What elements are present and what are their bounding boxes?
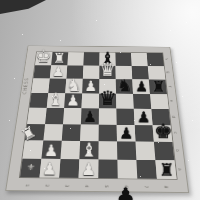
piece-white-bishop-e2: ♝ xyxy=(48,91,64,108)
square-c5 xyxy=(99,124,117,141)
coord-label: 5 xyxy=(104,185,110,188)
coord-label: e xyxy=(169,99,174,104)
square-h7 xyxy=(131,53,148,66)
captured-black-pawn: ♟ xyxy=(115,186,136,200)
dust-speck xyxy=(22,34,23,35)
dust-speck xyxy=(70,128,71,129)
coordinate-labels-bottom: 12345678 xyxy=(17,182,177,191)
square-a1: ⚜ xyxy=(20,158,41,177)
coord-label: 3 xyxy=(64,185,70,188)
square-d7: ♟ xyxy=(134,109,153,125)
square-a4: ♟ xyxy=(79,159,99,178)
board-grid: ♚♜♝♟♛♞♟♞♟♜♝♟♛♟♟♜♟♚♟♝⚜♟♟♜ xyxy=(19,51,178,179)
square-a2: ♟ xyxy=(40,158,61,177)
square-e6 xyxy=(116,93,134,108)
square-g5: ♛ xyxy=(99,65,116,79)
dust-speck xyxy=(158,142,159,143)
square-e2: ♝ xyxy=(47,93,65,108)
piece-white-pawn-a2: ♟ xyxy=(42,161,57,178)
piece-white-pawn-e3: ♟ xyxy=(66,94,79,109)
piece-black-pawn-d4: ♟ xyxy=(83,109,97,124)
dust-speck xyxy=(88,152,89,153)
square-h1: ♚ xyxy=(35,52,52,65)
square-a5 xyxy=(98,159,118,178)
dust-speck xyxy=(52,96,53,97)
coord-label: 7 xyxy=(144,186,150,189)
captured-pieces-offboard: ♟ xyxy=(118,185,133,200)
dust-speck xyxy=(150,64,151,65)
square-e7 xyxy=(133,94,151,109)
square-b7 xyxy=(135,142,155,160)
coord-label: 4 xyxy=(84,185,90,188)
coord-label: 2 xyxy=(44,184,50,187)
dust-speck xyxy=(96,20,97,21)
coord-label: f xyxy=(167,84,172,89)
dust-speck xyxy=(134,120,135,121)
square-c7 xyxy=(135,125,154,142)
square-c1: ♜ xyxy=(25,124,45,141)
dust-speck xyxy=(9,120,10,121)
coord-label: 1 xyxy=(25,184,31,187)
square-g1 xyxy=(33,65,51,79)
square-e1 xyxy=(29,93,48,108)
dust-speck xyxy=(30,150,31,151)
coord-label: g xyxy=(166,70,171,74)
square-e4 xyxy=(82,93,100,108)
piece-black-king-c8: ♚ xyxy=(154,122,172,142)
square-f6: ♞ xyxy=(116,79,133,93)
square-d5 xyxy=(99,108,117,124)
piece-white-knight-f3: ♞ xyxy=(66,76,81,93)
square-b8 xyxy=(154,142,174,160)
piece-white-pawn-f4: ♟ xyxy=(84,79,97,93)
piece-white-bishop-b4: ♝ xyxy=(80,140,97,159)
dust-speck xyxy=(60,40,61,41)
square-b5 xyxy=(98,141,117,159)
square-h3 xyxy=(67,52,84,65)
photo-viewport: CHESS ♚♜♝♟♛♞♟♞♟♜♝♟♛♟♟♜♟♚♟♝⚜♟♟♜ 12345678 … xyxy=(0,0,200,200)
coord-label: a xyxy=(177,166,183,172)
square-e3: ♟ xyxy=(64,93,82,108)
square-b6 xyxy=(117,141,136,159)
square-h6 xyxy=(115,53,131,66)
piece-black-pawn-f7: ♟ xyxy=(135,80,148,94)
coord-label: h xyxy=(164,57,169,61)
coord-label: 8 xyxy=(163,186,169,189)
dust-speck xyxy=(186,22,187,23)
piece-white-queen-g5: ♛ xyxy=(99,60,116,79)
square-d3 xyxy=(63,108,82,124)
square-d6 xyxy=(116,109,134,125)
square-f8: ♜ xyxy=(149,79,167,93)
square-d2 xyxy=(45,108,64,124)
square-b2: ♟ xyxy=(41,141,61,159)
dust-speck xyxy=(170,30,171,31)
piece-black-rook-f8: ♜ xyxy=(152,79,166,94)
piece-black-queen-e5: ♛ xyxy=(99,89,117,109)
piece-black-knight-f6: ♞ xyxy=(117,77,132,94)
square-d4: ♟ xyxy=(81,108,99,124)
piece-black-rook-a8: ♜ xyxy=(159,161,175,179)
square-e5: ♛ xyxy=(99,93,116,108)
dust-speck xyxy=(14,78,15,79)
piece-white-pawn-a4: ♟ xyxy=(81,161,96,178)
dust-speck xyxy=(44,168,45,169)
dust-speck xyxy=(182,96,183,97)
piece-white-king-h1: ♚ xyxy=(35,48,51,65)
square-c6: ♟ xyxy=(117,125,136,142)
dust-speck xyxy=(188,160,189,161)
coord-label: b xyxy=(175,148,181,154)
square-a8: ♜ xyxy=(155,160,176,179)
coord-label: d xyxy=(171,114,176,119)
square-b1 xyxy=(23,140,44,158)
piece-black-pawn-c6: ♟ xyxy=(119,126,133,142)
dust-speck xyxy=(140,176,141,177)
piece-black-pawn-d7: ♟ xyxy=(137,110,151,125)
coord-label: c xyxy=(173,131,178,136)
square-c8: ♚ xyxy=(153,125,173,142)
square-f4: ♟ xyxy=(82,79,99,93)
dust-speck xyxy=(176,62,177,63)
square-b4: ♝ xyxy=(79,141,98,159)
square-a3 xyxy=(59,159,79,178)
chess-board: CHESS ♚♜♝♟♛♞♟♞♟♜♝♟♛♟♟♜♟♚♟♝⚜♟♟♜ 12345678 … xyxy=(5,46,189,194)
square-f7: ♟ xyxy=(132,79,150,93)
piece-white-pawn-b2: ♟ xyxy=(44,142,59,158)
square-h4 xyxy=(83,52,99,65)
table-shadow xyxy=(0,0,46,14)
square-b3 xyxy=(60,141,80,159)
square-a6 xyxy=(117,159,137,178)
dust-speck xyxy=(120,52,121,53)
square-e8 xyxy=(150,94,169,109)
square-g2: ♟ xyxy=(50,65,67,79)
board-logo-emblem: ⚜ xyxy=(26,163,36,172)
dust-speck xyxy=(104,84,105,85)
square-c3 xyxy=(62,124,81,141)
square-c2 xyxy=(43,124,63,141)
dust-speck xyxy=(192,120,193,121)
piece-white-pawn-g2: ♟ xyxy=(52,65,65,79)
